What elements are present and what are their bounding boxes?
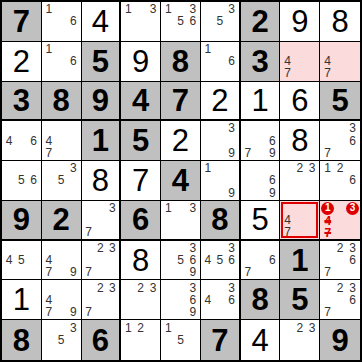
empty-candidate-slot [214, 294, 226, 306]
candidate-3: 3 [187, 281, 199, 293]
pencil-marks: 37 [83, 202, 119, 238]
cell-r9c6[interactable]: 7 [201, 320, 241, 360]
pencil-marks: 2367 [321, 281, 359, 318]
empty-candidate-slot [306, 346, 318, 359]
cell-r3c6[interactable]: 2 [201, 82, 241, 122]
given-digit: 9 [92, 85, 109, 116]
empty-candidate-slot [202, 174, 214, 186]
empty-candidate-slot [281, 162, 293, 174]
given-digit: 9 [331, 325, 348, 356]
cell-r5c9[interactable]: 126 [320, 161, 360, 201]
cell-r6c2[interactable]: 2 [42, 201, 82, 241]
cell-r4c4[interactable]: 5 [121, 121, 161, 161]
candidate-7: 7 [321, 266, 334, 278]
cell-r7c6[interactable]: 3456 [201, 241, 241, 281]
cell-r9c4[interactable]: 12 [121, 320, 161, 360]
cell-r1c3[interactable]: 4 [82, 2, 122, 42]
empty-candidate-slot [162, 226, 174, 238]
candidate-6: 6 [346, 254, 359, 266]
given-digit: 8 [211, 204, 228, 235]
empty-candidate-slot [294, 202, 306, 214]
cell-r8c8[interactable]: 5 [280, 280, 320, 320]
empty-candidate-slot [202, 135, 214, 147]
pencil-marks: 35 [43, 162, 80, 199]
pencil-marks: 237 [83, 242, 119, 279]
cell-r1c4[interactable]: 13 [121, 2, 161, 42]
candidate-7: 7 [281, 226, 293, 238]
pencil-marks: 126 [321, 162, 359, 199]
empty-candidate-slot [55, 3, 67, 15]
empty-candidate-slot [67, 135, 79, 147]
candidate-9: 9 [226, 187, 238, 199]
empty-candidate-slot [147, 334, 159, 347]
empty-candidate-slot [334, 254, 347, 266]
candidate-6: 6 [266, 135, 278, 147]
empty-candidate-slot [3, 162, 15, 174]
candidate-4: 4 [43, 135, 55, 147]
candidate-1: 1 [122, 321, 134, 334]
candidate-7: 7 [321, 306, 334, 318]
empty-candidate-slot [281, 187, 293, 199]
pencil-marks: 15 [162, 321, 199, 359]
candidate-1: 1 [122, 3, 134, 15]
empty-candidate-slot [214, 67, 226, 79]
empty-candidate-slot [202, 15, 214, 27]
empty-candidate-slot [106, 266, 118, 278]
cell-r3c7[interactable]: 1 [241, 82, 281, 122]
cell-r7c4[interactable]: 8 [121, 241, 161, 281]
pencil-marks: 3456 [202, 242, 238, 279]
cell-r5c3[interactable]: 8 [82, 161, 122, 201]
cell-r3c5[interactable]: 7 [161, 82, 201, 122]
given-digit: 8 [172, 46, 189, 77]
empty-candidate-slot [43, 321, 55, 334]
empty-candidate-slot [254, 266, 266, 278]
empty-candidate-slot [174, 294, 186, 306]
cell-r3c2[interactable]: 8 [42, 82, 82, 122]
cell-r5c7[interactable]: 69 [241, 161, 281, 201]
cell-r7c3[interactable]: 237 [82, 241, 122, 281]
empty-candidate-slot [147, 346, 159, 359]
empty-candidate-slot [346, 187, 359, 199]
empty-candidate-slot [214, 306, 226, 318]
given-digit: 4 [132, 85, 149, 116]
empty-candidate-slot [162, 266, 174, 278]
empty-candidate-slot [162, 254, 174, 266]
given-digit: 5 [132, 125, 149, 156]
empty-candidate-slot [254, 174, 266, 186]
empty-candidate-slot [43, 334, 55, 347]
empty-candidate-slot [122, 281, 134, 293]
cell-r2c9[interactable]: 47 [320, 42, 360, 82]
candidate-7: 7 [242, 266, 254, 278]
cell-r9c2[interactable]: 35 [42, 320, 82, 360]
given-digit: 2 [251, 6, 268, 37]
empty-candidate-slot [106, 226, 118, 238]
cell-r3c8[interactable]: 6 [280, 82, 320, 122]
empty-candidate-slot [294, 187, 306, 199]
cell-r3c3[interactable]: 9 [82, 82, 122, 122]
empty-candidate-slot [162, 281, 174, 293]
empty-candidate-slot [174, 346, 186, 359]
given-digit: 8 [13, 325, 30, 356]
cell-r6c5[interactable]: 13 [161, 201, 201, 241]
empty-candidate-slot [254, 254, 266, 266]
candidate-3: 3 [106, 242, 118, 254]
empty-candidate-slot [28, 147, 40, 159]
given-digit: 7 [172, 85, 189, 116]
candidate-3: 3 [226, 281, 238, 293]
empty-candidate-slot [242, 162, 254, 174]
given-digit: 5 [331, 85, 348, 116]
empty-candidate-slot [174, 321, 186, 334]
candidate-6: 6 [266, 254, 278, 266]
cell-r8c5[interactable]: 369 [161, 280, 201, 320]
empty-candidate-slot [162, 15, 174, 27]
candidate-2: 2 [334, 281, 347, 293]
empty-candidate-slot [346, 147, 359, 159]
cell-r6c1[interactable]: 9 [2, 201, 42, 241]
empty-candidate-slot [202, 28, 214, 40]
empty-candidate-slot [67, 28, 79, 40]
empty-candidate-slot [28, 266, 40, 278]
candidate-3: 3 [106, 281, 118, 293]
empty-candidate-slot [214, 162, 226, 174]
candidate-9: 9 [266, 147, 278, 159]
empty-candidate-slot [187, 226, 199, 238]
candidate-6: 6 [346, 135, 359, 147]
cell-r9c9[interactable]: 9 [320, 320, 360, 360]
cell-r4c5[interactable]: 2 [161, 121, 201, 161]
empty-candidate-slot [294, 55, 306, 67]
candidate-2: 2 [294, 162, 306, 174]
hint-eliminated-candidate-7: 7 [321, 227, 334, 239]
cell-r3c1[interactable]: 3 [2, 82, 42, 122]
empty-candidate-slot [214, 187, 226, 199]
empty-candidate-slot [135, 28, 147, 40]
empty-candidate-slot [346, 266, 359, 278]
empty-candidate-slot [214, 281, 226, 293]
candidate-1: 1 [43, 3, 55, 15]
cell-r6c8[interactable]: 47 [280, 201, 320, 241]
candidate-1: 1 [202, 43, 214, 55]
cell-r6c9[interactable]: 1347 [320, 201, 360, 241]
empty-candidate-slot [3, 147, 15, 159]
empty-candidate-slot [28, 187, 40, 199]
empty-candidate-slot [242, 242, 254, 254]
empty-candidate-slot [122, 294, 134, 306]
empty-candidate-slot [321, 281, 334, 293]
candidate-6: 6 [28, 174, 40, 186]
cell-r5c2[interactable]: 35 [42, 161, 82, 201]
cell-r1c5[interactable]: 1356 [161, 2, 201, 42]
cell-r9c8[interactable]: 23 [280, 320, 320, 360]
empty-candidate-slot [334, 187, 347, 199]
given-digit: 5 [92, 46, 109, 77]
empty-candidate-slot [147, 306, 159, 318]
cell-r6c6[interactable]: 8 [201, 201, 241, 241]
cell-r4c8[interactable]: 8 [280, 121, 320, 161]
empty-candidate-slot [94, 254, 106, 266]
candidate-6: 6 [28, 135, 40, 147]
empty-candidate-slot [174, 306, 186, 318]
empty-candidate-slot [55, 15, 67, 27]
cell-r1c9[interactable]: 8 [320, 2, 360, 42]
empty-candidate-slot [202, 147, 214, 159]
empty-candidate-slot [202, 55, 214, 67]
cell-r9c7[interactable]: 4 [241, 320, 281, 360]
empty-candidate-slot [334, 227, 346, 239]
empty-candidate-slot [135, 346, 147, 359]
empty-candidate-slot [162, 334, 174, 347]
cell-r1c6[interactable]: 35 [201, 2, 241, 42]
empty-candidate-slot [55, 67, 67, 79]
empty-candidate-slot [67, 122, 79, 134]
empty-candidate-slot [346, 43, 359, 55]
candidate-3: 3 [306, 321, 318, 334]
empty-candidate-slot [334, 55, 347, 67]
empty-candidate-slot [294, 174, 306, 186]
solved-digit: 8 [132, 245, 149, 276]
cell-r6c4[interactable]: 6 [121, 201, 161, 241]
candidate-3: 3 [106, 202, 118, 214]
empty-candidate-slot [281, 346, 293, 359]
candidate-9: 9 [187, 266, 199, 278]
cell-r4c9[interactable]: 367 [320, 121, 360, 161]
cell-r3c4[interactable]: 4 [121, 82, 161, 122]
empty-candidate-slot [55, 266, 67, 278]
cell-r8c6[interactable]: 346 [201, 280, 241, 320]
cell-r7c5[interactable]: 3569 [161, 241, 201, 281]
candidate-1: 1 [321, 162, 334, 174]
cell-r4c7[interactable]: 679 [241, 121, 281, 161]
cell-r7c7[interactable]: 67 [241, 241, 281, 281]
empty-candidate-slot [135, 306, 147, 318]
empty-candidate-slot [67, 174, 79, 186]
cell-r9c1[interactable]: 8 [2, 320, 42, 360]
cell-r2c1[interactable]: 2 [2, 42, 42, 82]
empty-candidate-slot [334, 135, 347, 147]
candidate-7: 7 [43, 306, 55, 318]
cell-r2c5[interactable]: 8 [161, 42, 201, 82]
pencil-marks: 237 [83, 281, 119, 318]
solved-digit: 1 [13, 284, 30, 315]
candidate-7: 7 [43, 266, 55, 278]
empty-candidate-slot [321, 135, 334, 147]
empty-candidate-slot [306, 55, 318, 67]
candidate-7: 7 [83, 266, 95, 278]
candidate-2: 2 [135, 321, 147, 334]
cell-r1c2[interactable]: 16 [42, 2, 82, 42]
cell-r5c5[interactable]: 4 [161, 161, 201, 201]
empty-candidate-slot [67, 147, 79, 159]
cell-r8c1[interactable]: 1 [2, 280, 42, 320]
cell-r7c8[interactable]: 1 [280, 241, 320, 281]
candidate-2: 2 [334, 242, 347, 254]
candidate-7: 7 [321, 67, 334, 79]
empty-candidate-slot [294, 334, 306, 347]
cell-r2c7[interactable]: 3 [241, 42, 281, 82]
empty-candidate-slot [306, 67, 318, 79]
empty-candidate-slot [122, 15, 134, 27]
cell-r4c6[interactable]: 39 [201, 121, 241, 161]
empty-candidate-slot [226, 15, 238, 27]
candidate-9: 9 [67, 306, 79, 318]
candidate-3: 3 [147, 3, 159, 15]
pencil-marks: 12 [122, 321, 159, 359]
pencil-marks: 67 [242, 242, 279, 279]
candidate-3: 3 [147, 281, 159, 293]
empty-candidate-slot [254, 187, 266, 199]
cell-r1c1[interactable]: 7 [2, 2, 42, 42]
solved-digit: 6 [291, 85, 308, 116]
candidate-5: 5 [174, 15, 186, 27]
cell-r2c2[interactable]: 16 [42, 42, 82, 82]
empty-candidate-slot [55, 254, 67, 266]
cell-r2c8[interactable]: 47 [280, 42, 320, 82]
empty-candidate-slot [254, 242, 266, 254]
empty-candidate-slot [174, 202, 186, 214]
empty-candidate-slot [147, 28, 159, 40]
solved-digit: 2 [172, 125, 189, 156]
empty-candidate-slot [321, 187, 334, 199]
empty-candidate-slot [106, 214, 118, 226]
given-digit: 9 [13, 204, 30, 235]
candidate-2: 2 [135, 281, 147, 293]
cell-r7c9[interactable]: 2367 [320, 241, 360, 281]
solved-digit: 8 [92, 165, 109, 196]
empty-candidate-slot [67, 187, 79, 199]
empty-candidate-slot [162, 294, 174, 306]
empty-candidate-slot [15, 122, 27, 134]
pencil-marks: 39 [202, 122, 238, 159]
empty-candidate-slot [306, 334, 318, 347]
empty-candidate-slot [254, 135, 266, 147]
candidate-5: 5 [55, 174, 67, 186]
cell-r3c9[interactable]: 5 [320, 82, 360, 122]
candidate-5: 5 [55, 334, 67, 347]
cell-r7c1[interactable]: 45 [2, 241, 42, 281]
empty-candidate-slot [174, 226, 186, 238]
cell-r5c1[interactable]: 56 [2, 161, 42, 201]
candidate-6: 6 [346, 174, 359, 186]
pencil-marks: 47 [281, 202, 318, 238]
empty-candidate-slot [294, 346, 306, 359]
empty-candidate-slot [294, 67, 306, 79]
empty-candidate-slot [281, 174, 293, 186]
cell-r5c4[interactable]: 7 [121, 161, 161, 201]
empty-candidate-slot [346, 67, 359, 79]
candidate-1: 1 [43, 43, 55, 55]
empty-candidate-slot [135, 15, 147, 27]
pencil-marks: 35 [202, 3, 238, 40]
cell-r8c9[interactable]: 2367 [320, 280, 360, 320]
cell-r2c6[interactable]: 16 [201, 42, 241, 82]
cell-r4c2[interactable]: 47 [42, 121, 82, 161]
candidate-1: 1 [162, 202, 174, 214]
hint-placed-candidate-1: 1 [321, 202, 334, 215]
empty-candidate-slot [334, 266, 347, 278]
empty-candidate-slot [67, 346, 79, 359]
solved-digit: 5 [251, 204, 268, 235]
pencil-marks: 1347 [321, 202, 359, 238]
empty-candidate-slot [174, 214, 186, 226]
cell-r1c7[interactable]: 2 [241, 2, 281, 42]
cell-r9c3[interactable]: 6 [82, 320, 122, 360]
candidate-4: 4 [202, 294, 214, 306]
empty-candidate-slot [214, 43, 226, 55]
pencil-marks: 47 [321, 43, 359, 80]
empty-candidate-slot [55, 346, 67, 359]
cell-r8c4[interactable]: 23 [121, 280, 161, 320]
given-digit: 8 [251, 284, 268, 315]
cell-r1c8[interactable]: 9 [280, 2, 320, 42]
cell-r2c4[interactable]: 9 [121, 42, 161, 82]
cell-r5c8[interactable]: 23 [280, 161, 320, 201]
empty-candidate-slot [226, 135, 238, 147]
empty-candidate-slot [174, 28, 186, 40]
cell-r8c3[interactable]: 237 [82, 280, 122, 320]
candidate-4: 4 [3, 254, 15, 266]
cell-r4c1[interactable]: 46 [2, 121, 42, 161]
candidate-2: 2 [294, 321, 306, 334]
empty-candidate-slot [242, 122, 254, 134]
cell-r9c5[interactable]: 15 [161, 320, 201, 360]
empty-candidate-slot [254, 122, 266, 134]
empty-candidate-slot [306, 43, 318, 55]
empty-candidate-slot [306, 226, 318, 238]
cell-r8c7[interactable]: 8 [241, 280, 281, 320]
candidate-6: 6 [67, 15, 79, 27]
empty-candidate-slot [202, 67, 214, 79]
cell-r2c3[interactable]: 5 [82, 42, 122, 82]
empty-candidate-slot [162, 242, 174, 254]
empty-candidate-slot [242, 174, 254, 186]
cell-r6c3[interactable]: 37 [82, 201, 122, 241]
empty-candidate-slot [55, 281, 67, 293]
pencil-marks: 346 [202, 281, 238, 318]
empty-candidate-slot [242, 187, 254, 199]
empty-candidate-slot [334, 294, 347, 306]
candidate-7: 7 [281, 67, 293, 79]
empty-candidate-slot [306, 214, 318, 226]
cell-r7c2[interactable]: 479 [42, 241, 82, 281]
cell-r8c2[interactable]: 479 [42, 280, 82, 320]
candidate-5: 5 [15, 254, 27, 266]
empty-candidate-slot [135, 334, 147, 347]
candidate-3: 3 [306, 162, 318, 174]
candidate-3: 3 [67, 162, 79, 174]
candidate-7: 7 [321, 147, 334, 159]
empty-candidate-slot [226, 306, 238, 318]
empty-candidate-slot [334, 174, 347, 186]
empty-candidate-slot [187, 321, 199, 334]
empty-candidate-slot [15, 266, 27, 278]
empty-candidate-slot [67, 67, 79, 79]
empty-candidate-slot [187, 214, 199, 226]
empty-candidate-slot [122, 346, 134, 359]
empty-candidate-slot [334, 306, 347, 318]
empty-candidate-slot [281, 202, 293, 214]
empty-candidate-slot [266, 122, 278, 134]
empty-candidate-slot [94, 214, 106, 226]
cell-r5c6[interactable]: 19 [201, 161, 241, 201]
empty-candidate-slot [294, 43, 306, 55]
cell-r4c3[interactable]: 1 [82, 121, 122, 161]
empty-candidate-slot [306, 202, 318, 214]
cell-r6c7[interactable]: 5 [241, 201, 281, 241]
given-digit: 7 [13, 6, 30, 37]
